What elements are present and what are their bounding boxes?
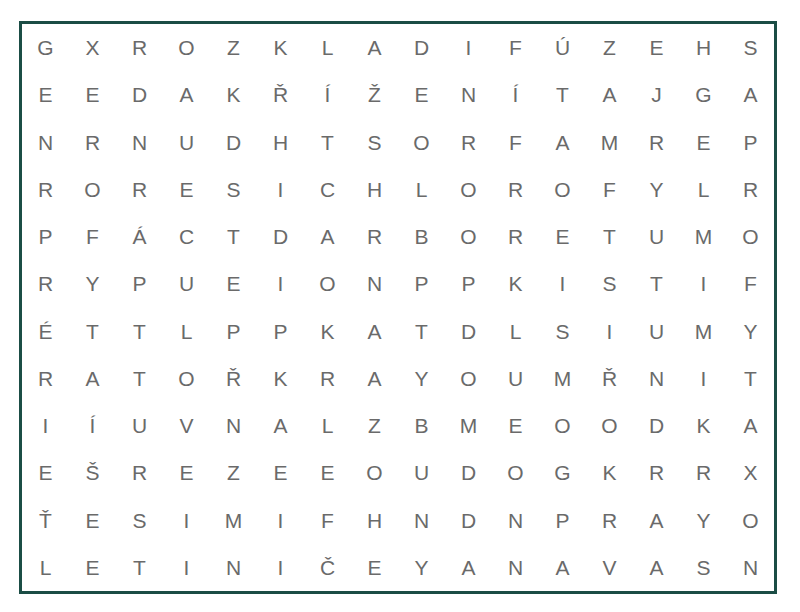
grid-cell[interactable]: M (680, 308, 727, 355)
grid-cell[interactable]: E (257, 449, 304, 496)
grid-cell[interactable]: P (539, 497, 586, 544)
grid-cell[interactable]: E (680, 119, 727, 166)
grid-cell[interactable]: K (210, 71, 257, 118)
grid-cell[interactable]: L (163, 308, 210, 355)
grid-cell[interactable]: I (586, 308, 633, 355)
grid-cell[interactable]: Y (680, 497, 727, 544)
grid-cell[interactable]: Ú (539, 24, 586, 71)
grid-cell[interactable]: K (257, 355, 304, 402)
grid-cell[interactable]: N (727, 544, 774, 591)
grid-cell[interactable]: E (22, 449, 69, 496)
grid-cell[interactable]: A (304, 213, 351, 260)
grid-cell[interactable]: P (398, 260, 445, 307)
grid-cell[interactable]: D (116, 71, 163, 118)
grid-cell[interactable]: Š (69, 449, 116, 496)
grid-cell[interactable]: R (351, 213, 398, 260)
letter-grid: GXROZKLADIFÚZEHSEEDAKŘÍŽENÍTAJGANRNUDHTS… (22, 24, 774, 591)
grid-cell[interactable]: U (163, 260, 210, 307)
grid-cell[interactable]: I (257, 544, 304, 591)
grid-cell[interactable]: R (586, 497, 633, 544)
grid-cell[interactable]: C (163, 213, 210, 260)
grid-cell[interactable]: F (586, 166, 633, 213)
grid-cell[interactable]: Y (69, 260, 116, 307)
grid-cell[interactable]: Y (398, 544, 445, 591)
grid-cell[interactable]: I (445, 24, 492, 71)
grid-cell[interactable]: N (492, 544, 539, 591)
grid-cell[interactable]: S (351, 119, 398, 166)
grid-cell[interactable]: N (22, 119, 69, 166)
grid-cell[interactable]: N (398, 497, 445, 544)
grid-cell[interactable]: E (210, 260, 257, 307)
grid-cell[interactable]: U (398, 449, 445, 496)
grid-cell[interactable]: T (539, 71, 586, 118)
grid-cell[interactable]: L (680, 166, 727, 213)
grid-cell[interactable]: L (22, 544, 69, 591)
grid-cell[interactable]: F (492, 24, 539, 71)
grid-cell[interactable]: I (539, 260, 586, 307)
grid-cell[interactable]: D (633, 402, 680, 449)
grid-cell[interactable]: Ř (210, 355, 257, 402)
grid-cell[interactable]: E (163, 166, 210, 213)
grid-cell[interactable]: S (116, 497, 163, 544)
grid-cell[interactable]: J (633, 71, 680, 118)
grid-cell[interactable]: M (680, 213, 727, 260)
grid-cell[interactable]: B (398, 213, 445, 260)
grid-cell[interactable]: H (351, 497, 398, 544)
grid-cell[interactable]: P (210, 308, 257, 355)
grid-cell[interactable]: I (163, 544, 210, 591)
grid-cell[interactable]: É (22, 308, 69, 355)
grid-cell[interactable]: P (22, 213, 69, 260)
grid-cell[interactable]: D (445, 449, 492, 496)
grid-cell[interactable]: S (539, 308, 586, 355)
grid-cell[interactable]: R (116, 449, 163, 496)
grid-cell[interactable]: H (257, 119, 304, 166)
grid-cell[interactable]: R (22, 355, 69, 402)
grid-cell[interactable]: O (398, 119, 445, 166)
grid-cell[interactable]: T (116, 308, 163, 355)
grid-cell[interactable]: F (727, 260, 774, 307)
grid-cell[interactable]: A (163, 71, 210, 118)
grid-cell[interactable]: O (586, 402, 633, 449)
grid-cell[interactable]: I (680, 260, 727, 307)
grid-cell[interactable]: D (257, 213, 304, 260)
grid-cell[interactable]: I (257, 166, 304, 213)
grid-cell[interactable]: A (351, 308, 398, 355)
grid-cell[interactable]: T (633, 260, 680, 307)
grid-cell[interactable]: F (304, 497, 351, 544)
grid-cell[interactable]: M (445, 402, 492, 449)
grid-cell[interactable]: P (727, 119, 774, 166)
grid-cell[interactable]: Z (210, 449, 257, 496)
grid-cell[interactable]: N (210, 544, 257, 591)
grid-cell[interactable]: K (257, 24, 304, 71)
grid-cell[interactable]: E (492, 402, 539, 449)
grid-cell[interactable]: O (727, 213, 774, 260)
grid-cell[interactable]: O (304, 260, 351, 307)
grid-cell[interactable]: D (445, 497, 492, 544)
grid-cell[interactable]: K (586, 449, 633, 496)
grid-cell[interactable]: E (163, 449, 210, 496)
grid-cell[interactable]: T (727, 355, 774, 402)
grid-cell[interactable]: H (351, 166, 398, 213)
grid-cell[interactable]: X (69, 24, 116, 71)
grid-cell[interactable]: T (116, 544, 163, 591)
grid-cell[interactable]: O (163, 355, 210, 402)
grid-cell[interactable]: C (304, 166, 351, 213)
grid-cell[interactable]: I (257, 260, 304, 307)
grid-cell[interactable]: P (116, 260, 163, 307)
grid-cell[interactable]: E (351, 544, 398, 591)
grid-cell[interactable]: O (492, 449, 539, 496)
grid-cell[interactable]: T (304, 119, 351, 166)
grid-cell[interactable]: R (22, 166, 69, 213)
grid-cell[interactable]: X (727, 449, 774, 496)
grid-cell[interactable]: R (633, 449, 680, 496)
grid-cell[interactable]: A (351, 24, 398, 71)
grid-cell[interactable]: O (69, 166, 116, 213)
grid-cell[interactable]: Y (633, 166, 680, 213)
grid-cell[interactable]: O (539, 402, 586, 449)
grid-cell[interactable]: M (539, 355, 586, 402)
grid-cell[interactable]: E (69, 497, 116, 544)
grid-cell[interactable]: R (445, 119, 492, 166)
grid-cell[interactable]: Z (351, 402, 398, 449)
grid-cell[interactable]: E (304, 449, 351, 496)
grid-cell[interactable]: O (445, 213, 492, 260)
grid-cell[interactable]: N (633, 355, 680, 402)
grid-cell[interactable]: Ř (257, 71, 304, 118)
grid-cell[interactable]: A (445, 544, 492, 591)
grid-cell[interactable]: V (586, 544, 633, 591)
grid-cell[interactable]: E (539, 213, 586, 260)
grid-cell[interactable]: L (398, 166, 445, 213)
grid-cell[interactable]: U (633, 213, 680, 260)
grid-cell[interactable]: R (69, 119, 116, 166)
grid-cell[interactable]: I (163, 497, 210, 544)
grid-cell[interactable]: Y (727, 308, 774, 355)
grid-cell[interactable]: I (22, 402, 69, 449)
grid-cell[interactable]: A (257, 402, 304, 449)
grid-cell[interactable]: V (163, 402, 210, 449)
grid-cell[interactable]: T (69, 308, 116, 355)
grid-cell[interactable]: L (492, 308, 539, 355)
grid-cell[interactable]: L (304, 24, 351, 71)
grid-cell[interactable]: H (680, 24, 727, 71)
grid-cell[interactable]: K (304, 308, 351, 355)
grid-cell[interactable]: G (22, 24, 69, 71)
grid-cell[interactable]: R (22, 260, 69, 307)
grid-cell[interactable]: E (398, 71, 445, 118)
grid-cell[interactable]: Z (586, 24, 633, 71)
grid-cell[interactable]: Ť (22, 497, 69, 544)
grid-cell[interactable]: R (680, 449, 727, 496)
grid-cell[interactable]: R (116, 166, 163, 213)
grid-cell[interactable]: F (492, 119, 539, 166)
grid-cell[interactable]: O (539, 166, 586, 213)
grid-cell[interactable]: S (210, 166, 257, 213)
grid-cell[interactable]: U (492, 355, 539, 402)
grid-cell[interactable]: T (210, 213, 257, 260)
grid-cell[interactable]: B (398, 402, 445, 449)
grid-cell[interactable]: F (69, 213, 116, 260)
grid-cell[interactable]: Í (69, 402, 116, 449)
grid-cell[interactable]: T (116, 355, 163, 402)
grid-cell[interactable]: A (727, 402, 774, 449)
grid-cell[interactable]: Á (116, 213, 163, 260)
grid-cell[interactable]: P (257, 308, 304, 355)
grid-cell[interactable]: M (210, 497, 257, 544)
grid-cell[interactable]: A (586, 71, 633, 118)
grid-cell[interactable]: E (633, 24, 680, 71)
grid-cell[interactable]: Í (304, 71, 351, 118)
grid-cell[interactable]: E (22, 71, 69, 118)
grid-cell[interactable]: E (69, 544, 116, 591)
grid-cell[interactable]: R (116, 24, 163, 71)
grid-cell[interactable]: A (633, 497, 680, 544)
grid-cell[interactable]: G (680, 71, 727, 118)
grid-cell[interactable]: Y (398, 355, 445, 402)
grid-cell[interactable]: Z (210, 24, 257, 71)
grid-cell[interactable]: I (257, 497, 304, 544)
grid-cell[interactable]: O (163, 24, 210, 71)
grid-cell[interactable]: S (586, 260, 633, 307)
grid-cell[interactable]: Ž (351, 71, 398, 118)
grid-cell[interactable]: A (727, 71, 774, 118)
grid-cell[interactable]: A (539, 119, 586, 166)
grid-cell[interactable]: Í (492, 71, 539, 118)
grid-cell[interactable]: D (398, 24, 445, 71)
grid-cell[interactable]: N (116, 119, 163, 166)
grid-cell[interactable]: M (586, 119, 633, 166)
grid-cell[interactable]: R (492, 213, 539, 260)
grid-cell[interactable]: R (633, 119, 680, 166)
grid-cell[interactable]: Č (304, 544, 351, 591)
grid-cell[interactable]: A (633, 544, 680, 591)
grid-cell[interactable]: U (633, 308, 680, 355)
grid-cell[interactable]: K (680, 402, 727, 449)
grid-cell[interactable]: U (116, 402, 163, 449)
grid-cell[interactable]: I (680, 355, 727, 402)
grid-cell[interactable]: O (445, 355, 492, 402)
word-search-board: GXROZKLADIFÚZEHSEEDAKŘÍŽENÍTAJGANRNUDHTS… (19, 21, 777, 594)
grid-cell[interactable]: T (586, 213, 633, 260)
grid-cell[interactable]: A (69, 355, 116, 402)
grid-cell[interactable]: N (445, 71, 492, 118)
grid-cell[interactable]: A (539, 544, 586, 591)
grid-cell[interactable]: P (445, 260, 492, 307)
grid-cell[interactable]: N (210, 402, 257, 449)
grid-cell[interactable]: S (727, 24, 774, 71)
grid-cell[interactable]: O (351, 449, 398, 496)
grid-cell[interactable]: Ř (586, 355, 633, 402)
grid-cell[interactable]: R (727, 166, 774, 213)
grid-cell[interactable]: L (304, 402, 351, 449)
grid-cell[interactable]: A (351, 355, 398, 402)
grid-cell[interactable]: R (492, 166, 539, 213)
grid-cell[interactable]: U (163, 119, 210, 166)
grid-cell[interactable]: T (398, 308, 445, 355)
grid-cell[interactable]: N (351, 260, 398, 307)
grid-cell[interactable]: O (445, 166, 492, 213)
grid-cell[interactable]: O (727, 497, 774, 544)
grid-cell[interactable]: R (304, 355, 351, 402)
grid-cell[interactable]: E (69, 71, 116, 118)
grid-cell[interactable]: D (445, 308, 492, 355)
grid-cell[interactable]: D (210, 119, 257, 166)
grid-cell[interactable]: S (680, 544, 727, 591)
grid-cell[interactable]: N (492, 497, 539, 544)
grid-cell[interactable]: G (539, 449, 586, 496)
grid-cell[interactable]: K (492, 260, 539, 307)
